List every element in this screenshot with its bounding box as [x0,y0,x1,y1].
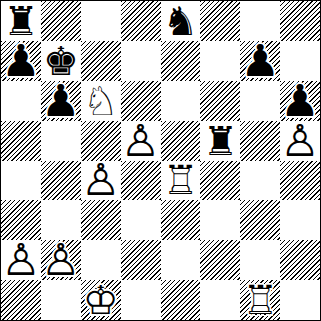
square-e2[interactable] [161,240,201,280]
square-f3[interactable] [200,200,240,240]
square-f6[interactable] [200,81,240,121]
square-a7[interactable]: ♟♟ [1,41,41,81]
square-h4[interactable] [280,161,320,201]
square-b8[interactable] [41,1,81,41]
square-g3[interactable] [240,200,280,240]
black-pawn-piece[interactable]: ♟♟ [240,41,280,81]
square-d7[interactable] [121,41,161,81]
square-a6[interactable] [1,81,41,121]
piece-face-layer: ♟ [240,41,280,81]
square-c1[interactable]: ♚♔ [81,280,121,320]
square-d2[interactable] [121,240,161,280]
square-g5[interactable] [240,121,280,161]
square-a1[interactable] [1,280,41,320]
square-b4[interactable] [41,161,81,201]
square-d3[interactable] [121,200,161,240]
piece-face-layer: ♖ [240,280,280,320]
square-h1[interactable] [280,280,320,320]
square-d8[interactable] [121,1,161,41]
piece-face-layer: ♔ [81,280,121,320]
piece-face-layer: ♙ [121,121,161,161]
square-d1[interactable] [121,280,161,320]
white-pawn-piece[interactable]: ♟♙ [121,121,161,161]
square-f1[interactable] [200,280,240,320]
piece-face-layer: ♟ [41,81,81,121]
white-pawn-piece[interactable]: ♟♙ [81,161,121,201]
square-g6[interactable] [240,81,280,121]
black-knight-piece[interactable]: ♞♞ [161,1,201,41]
square-c8[interactable] [81,1,121,41]
square-g7[interactable]: ♟♟ [240,41,280,81]
black-pawn-piece[interactable]: ♟♟ [41,81,81,121]
square-b2[interactable]: ♟♙ [41,240,81,280]
square-a4[interactable] [1,161,41,201]
square-c7[interactable] [81,41,121,81]
piece-face-layer: ♞ [161,1,201,41]
square-e8[interactable]: ♞♞ [161,1,201,41]
square-c2[interactable] [81,240,121,280]
square-d4[interactable] [121,161,161,201]
square-h5[interactable]: ♟♙ [280,121,320,161]
square-b1[interactable] [41,280,81,320]
chess-board: ♜♜♞♞♟♟♚♚♟♟♟♟♞♘♟♟♟♙♜♜♟♙♟♙♜♖♟♙♟♙♚♔♜♖ [0,0,321,321]
square-e6[interactable] [161,81,201,121]
square-e5[interactable] [161,121,201,161]
white-pawn-piece[interactable]: ♟♙ [1,240,41,280]
square-f2[interactable] [200,240,240,280]
square-a5[interactable] [1,121,41,161]
square-f8[interactable] [200,1,240,41]
square-e4[interactable]: ♜♖ [161,161,201,201]
white-pawn-piece[interactable]: ♟♙ [280,121,320,161]
piece-face-layer: ♜ [200,121,240,161]
square-h3[interactable] [280,200,320,240]
piece-face-layer: ♙ [81,161,121,201]
square-h2[interactable] [280,240,320,280]
square-c3[interactable] [81,200,121,240]
white-rook-piece[interactable]: ♜♖ [240,280,280,320]
white-pawn-piece[interactable]: ♟♙ [41,240,81,280]
white-king-piece[interactable]: ♚♔ [81,280,121,320]
piece-face-layer: ♙ [280,121,320,161]
square-e3[interactable] [161,200,201,240]
piece-face-layer: ♟ [1,41,41,81]
piece-face-layer: ♙ [41,240,81,280]
square-f5[interactable]: ♜♜ [200,121,240,161]
square-f7[interactable] [200,41,240,81]
piece-face-layer: ♖ [161,161,201,201]
square-g4[interactable] [240,161,280,201]
square-e1[interactable] [161,280,201,320]
square-d5[interactable]: ♟♙ [121,121,161,161]
square-c4[interactable]: ♟♙ [81,161,121,201]
white-rook-piece[interactable]: ♜♖ [161,161,201,201]
square-f4[interactable] [200,161,240,201]
square-g2[interactable] [240,240,280,280]
square-h8[interactable] [280,1,320,41]
square-b5[interactable] [41,121,81,161]
black-pawn-piece[interactable]: ♟♟ [1,41,41,81]
black-rook-piece[interactable]: ♜♜ [200,121,240,161]
square-e7[interactable] [161,41,201,81]
white-knight-piece[interactable]: ♞♘ [81,81,121,121]
square-g1[interactable]: ♜♖ [240,280,280,320]
square-b6[interactable]: ♟♟ [41,81,81,121]
square-a2[interactable]: ♟♙ [1,240,41,280]
piece-face-layer: ♘ [81,81,121,121]
piece-face-layer: ♙ [1,240,41,280]
square-c6[interactable]: ♞♘ [81,81,121,121]
